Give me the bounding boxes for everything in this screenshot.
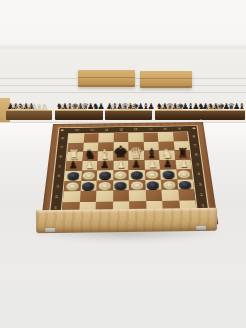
- board-square: ♟: [159, 160, 175, 170]
- dark-draughts-disc: [67, 172, 80, 180]
- rank-label: 7: [60, 145, 64, 149]
- rank-label: 5: [58, 164, 62, 168]
- board-square: [96, 180, 112, 191]
- file-label: G: [90, 128, 94, 132]
- file-label: H: [75, 128, 80, 132]
- dark-chess-piece-p: ♟: [69, 161, 78, 171]
- board-square: [144, 169, 160, 179]
- board-square: [64, 181, 81, 192]
- dark-draughts-disc: [82, 182, 95, 190]
- board-square: [96, 190, 113, 201]
- rank-label: 3: [56, 184, 60, 188]
- background-board-front: [105, 110, 152, 120]
- light-draughts-disc: [98, 182, 110, 190]
- board-square: [178, 189, 196, 200]
- wooden-box-lid: [78, 70, 135, 87]
- board-square: [129, 190, 146, 201]
- dark-draughts-disc: [99, 172, 111, 180]
- board-square: [79, 191, 96, 202]
- rank-label: 4: [197, 172, 201, 176]
- board-square: [81, 170, 97, 180]
- corner-diamond-icon: ◆: [192, 127, 196, 130]
- chess-set-display-2: ♞♟♝♚♟♛♟♞♟♙♗♙♕♙: [55, 98, 103, 120]
- board-square: [113, 180, 129, 191]
- board-square: ♟: [113, 160, 129, 170]
- dark-draughts-disc: [179, 181, 192, 189]
- light-chess-piece-p: ♟: [148, 160, 157, 170]
- board-square: [145, 179, 162, 190]
- dark-draughts-disc: [147, 181, 160, 189]
- light-draughts-disc: [131, 181, 143, 189]
- rank-label: 3: [198, 182, 202, 186]
- board-square: [128, 133, 143, 142]
- rank-label: 4: [57, 174, 61, 178]
- file-label: C: [148, 127, 152, 131]
- board-square: [161, 190, 178, 201]
- board-square: [98, 133, 113, 142]
- corner-diamond-icon: ◆: [60, 129, 64, 132]
- chess-set-display-5: ♟♞♟♚♟♛♟♝♙♙♖: [201, 98, 245, 120]
- rank-label: 5: [195, 162, 199, 166]
- board-square: [161, 179, 178, 190]
- file-label: D: [134, 128, 138, 132]
- light-draughts-disc: [115, 171, 127, 179]
- background-board-front: [55, 110, 103, 120]
- board-square: ♟: [66, 161, 82, 171]
- main-chess-board-scene: ABCDEFGH HGFEDCBA 87654321 87654321 ◆ ◆ …: [53, 123, 203, 273]
- board-square: ♟: [97, 160, 113, 170]
- rank-label: 2: [199, 192, 203, 196]
- shop-wall: [0, 0, 246, 70]
- glass-shelf-edge: [0, 92, 246, 93]
- board-square: ♟: [128, 160, 144, 170]
- wooden-box-lid: [140, 71, 192, 88]
- background-board-front: [6, 110, 52, 120]
- box-lid-seam: [78, 77, 135, 78]
- light-chess-piece-p: ♟: [179, 159, 188, 169]
- background-board-front: [155, 110, 201, 120]
- rank-label: 8: [192, 135, 196, 139]
- box-lid-seam: [140, 78, 192, 79]
- board-square: [83, 133, 98, 142]
- hinge-icon: [45, 228, 55, 232]
- rank-label: 6: [194, 153, 198, 157]
- rank-label: 8: [61, 136, 65, 140]
- board-square: [172, 132, 188, 141]
- dark-chess-piece-k: ♚: [113, 144, 128, 160]
- board-square: [112, 190, 129, 201]
- folding-box-side: [36, 208, 217, 234]
- chess-set-display-4: ♞♟♛♟♚♟♝♟♞♙♗♙♙: [155, 98, 201, 120]
- chess-set-display-1: ♟♟♞♟♟♙♔♙♕♙♗♙: [6, 102, 52, 120]
- dark-chess-piece-p: ♟: [100, 160, 109, 170]
- board-square: [145, 190, 162, 201]
- shop-shelf: ♟♟♞♟♟♙♔♙♕♙♗♙♞♟♝♚♟♛♟♞♟♙♗♙♕♙♟♝♟♛♟♚♟♝♟♙♘♙♖♙…: [0, 70, 246, 122]
- board-square: [68, 134, 84, 143]
- background-board-front: [201, 110, 245, 120]
- board-square: [97, 170, 113, 180]
- rank-label: 6: [59, 154, 63, 158]
- hinge-icon: [196, 226, 206, 230]
- file-label: F: [105, 128, 109, 132]
- board-square: [80, 180, 97, 191]
- light-draughts-disc: [178, 171, 191, 179]
- board-square: [129, 170, 145, 180]
- board-square: [63, 191, 80, 202]
- product-photo: ♟♟♞♟♟♙♔♙♕♙♗♙♞♟♝♚♟♛♟♞♟♙♗♙♕♙♟♝♟♛♟♚♟♝♟♙♘♙♖♙…: [0, 0, 246, 328]
- light-draughts-disc: [163, 181, 176, 189]
- playing-field: ♜♞♝♚♛♝♞♜♟♟♟♟♟♟♟♟: [61, 132, 198, 214]
- light-draughts-disc: [146, 171, 158, 179]
- board-square: [129, 180, 145, 191]
- dark-draughts-disc: [131, 171, 143, 179]
- chess-set-display-3: ♟♝♟♛♟♚♟♝♟♙♘♙♖♙: [105, 98, 152, 120]
- light-draughts-disc: [83, 172, 95, 180]
- file-label: E: [119, 128, 123, 132]
- rank-label: 2: [54, 194, 58, 198]
- board-square: [177, 179, 194, 190]
- board-square: [176, 169, 193, 179]
- light-chess-piece-p: ♟: [116, 160, 125, 170]
- board-square: ♟: [81, 161, 97, 171]
- dark-chess-piece-p: ♟: [163, 160, 172, 170]
- board-square: [113, 170, 129, 180]
- board-square: [160, 169, 177, 179]
- board-square: [113, 133, 128, 142]
- board-square: [143, 133, 158, 142]
- rank-label: 7: [193, 143, 197, 147]
- board-square: [158, 132, 174, 141]
- board-square: [65, 171, 82, 181]
- light-draughts-disc: [66, 182, 79, 190]
- file-label: A: [178, 127, 182, 131]
- dark-draughts-disc: [115, 182, 127, 190]
- board-square: ♟: [144, 160, 160, 170]
- file-label: B: [163, 127, 167, 131]
- dark-chess-piece-p: ♟: [132, 160, 141, 170]
- board-square: ♟: [175, 159, 192, 169]
- light-chess-piece-p: ♟: [85, 161, 94, 171]
- dark-draughts-disc: [162, 171, 175, 179]
